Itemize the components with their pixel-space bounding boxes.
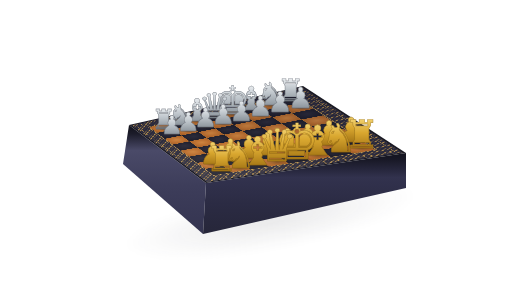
- piece-gold-pawn-b2: ♟: [217, 136, 244, 167]
- piece-silver-pawn-g7: ♟: [268, 89, 293, 117]
- piece-shadow: [157, 126, 172, 130]
- piece-gold-knight-g1: ♞: [321, 119, 357, 159]
- piece-silver-rook-a8: ♜: [152, 106, 176, 133]
- piece-silver-king-e8: ♚: [215, 81, 250, 120]
- piece-shadow: [198, 125, 212, 129]
- piece-gold-pawn-a2: ♟: [199, 139, 226, 169]
- piece-shadow: [205, 162, 222, 167]
- piece-shadow: [282, 99, 299, 104]
- piece-shadow: [247, 162, 269, 168]
- piece-shadow: [299, 146, 317, 151]
- piece-silver-pawn-a7: ♟: [161, 113, 184, 138]
- piece-shadow: [216, 121, 231, 125]
- piece-gold-knight-b1: ♞: [223, 138, 256, 174]
- piece-gold-pawn-g2: ♟: [314, 117, 344, 151]
- piece-silver-pawn-h7: ♟: [288, 84, 314, 113]
- piece-shadow: [272, 110, 288, 115]
- piece-silver-knight-g8: ♞: [257, 80, 285, 111]
- product-photo-stage: ♜♞♝♛♚♝♞♜♟♟♟♟♟♟♟♟♟♟♟♟♟♟♟♟♜♞♝♛♚♝♞♜: [0, 0, 510, 301]
- piece-shadow: [240, 156, 257, 161]
- piece-shadow: [262, 103, 279, 108]
- piece-silver-knight-b8: ♞: [167, 101, 193, 130]
- piece-shadow: [234, 118, 249, 122]
- piece-shadow: [222, 159, 239, 164]
- piece-silver-pawn-e7: ♟: [229, 97, 253, 124]
- piece-shadow: [279, 149, 297, 154]
- pieces-layer: ♜♞♝♛♚♝♞♜♟♟♟♟♟♟♟♟♟♟♟♟♟♟♟♟♜♞♝♛♚♝♞♜: [0, 0, 510, 301]
- piece-shadow: [172, 122, 188, 127]
- piece-silver-bishop-f8: ♝: [237, 83, 266, 116]
- piece-gold-bishop-f1: ♝: [299, 121, 336, 163]
- piece-shadow: [351, 145, 373, 151]
- piece-shadow: [253, 114, 268, 118]
- piece-shadow: [165, 132, 179, 136]
- piece-silver-rook-h8: ♜: [277, 76, 305, 107]
- piece-gold-pawn-f2: ♟: [293, 121, 323, 154]
- piece-silver-pawn-f7: ♟: [248, 93, 273, 121]
- piece-shadow: [293, 105, 309, 110]
- piece-shadow: [222, 110, 243, 116]
- piece-shadow: [342, 138, 361, 143]
- piece-gold-rook-a1: ♜: [206, 142, 237, 177]
- piece-shadow: [242, 107, 260, 112]
- piece-gold-king-e1: ♚: [275, 117, 319, 166]
- piece-shadow: [181, 129, 195, 133]
- piece-silver-pawn-d7: ♟: [211, 102, 235, 129]
- piece-silver-bishop-c8: ♝: [183, 96, 211, 127]
- piece-gold-pawn-e2: ♟: [273, 125, 302, 157]
- piece-gold-rook-h1: ♜: [344, 115, 379, 154]
- piece-shadow: [265, 158, 290, 165]
- piece-shadow: [328, 149, 350, 155]
- piece-gold-pawn-d2: ♟: [254, 129, 282, 161]
- piece-gold-pawn-c2: ♟: [235, 133, 263, 164]
- piece-silver-pawn-c7: ♟: [194, 106, 218, 132]
- piece-shadow: [229, 165, 249, 171]
- piece-shadow: [259, 153, 276, 158]
- piece-gold-pawn-h2: ♟: [336, 113, 367, 147]
- piece-shadow: [189, 119, 206, 124]
- piece-shadow: [212, 168, 231, 174]
- piece-shadow: [283, 155, 310, 163]
- piece-silver-queen-d8: ♛: [199, 88, 231, 123]
- piece-shadow: [320, 142, 338, 147]
- piece-gold-bishop-c1: ♝: [240, 132, 275, 171]
- piece-gold-queen-d1: ♛: [257, 124, 297, 169]
- piece-shadow: [205, 115, 224, 121]
- piece-silver-pawn-b7: ♟: [177, 110, 200, 136]
- piece-shadow: [306, 152, 329, 159]
